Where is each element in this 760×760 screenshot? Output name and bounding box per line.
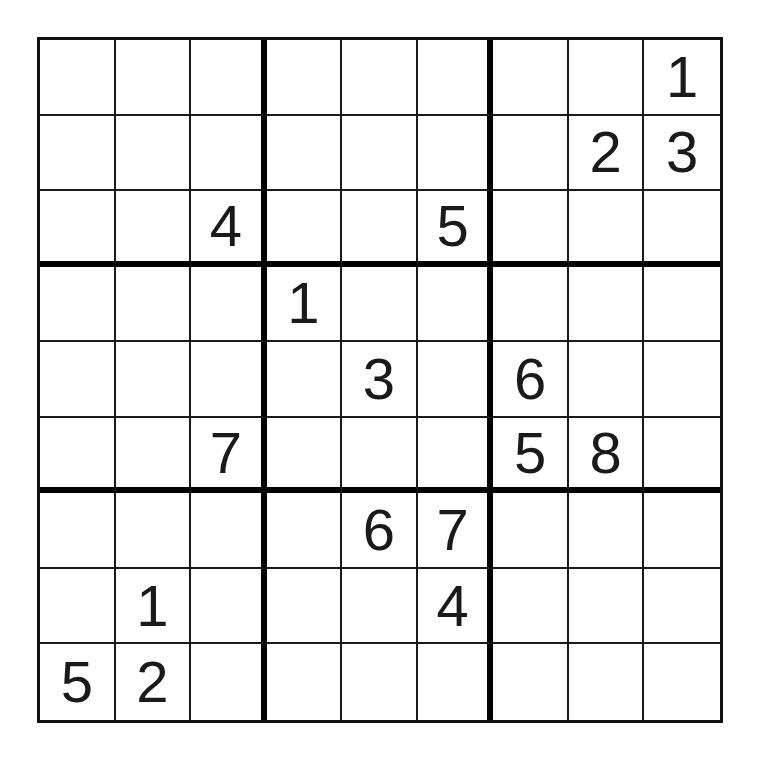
cell-r4c3[interactable] [191, 267, 267, 343]
cell-r8c1[interactable] [40, 569, 116, 645]
cell-r4c6[interactable] [418, 267, 494, 343]
cell-r9c9[interactable] [644, 644, 720, 720]
given-digit: 5 [436, 197, 468, 255]
cell-r2c3[interactable] [191, 116, 267, 192]
cell-r5c5[interactable]: 3 [342, 342, 418, 418]
cell-r9c3[interactable] [191, 644, 267, 720]
cell-r8c4[interactable] [267, 569, 343, 645]
cell-r6c8[interactable]: 8 [569, 418, 645, 494]
cell-r7c3[interactable] [191, 493, 267, 569]
cell-r6c9[interactable] [644, 418, 720, 494]
cell-r4c2[interactable] [116, 267, 192, 343]
given-digit: 3 [363, 350, 395, 408]
cell-r7c6[interactable]: 7 [418, 493, 494, 569]
cell-r9c6[interactable] [418, 644, 494, 720]
sudoku-board: 12345136758671452 [37, 37, 723, 723]
cell-r8c8[interactable] [569, 569, 645, 645]
cell-r2c8[interactable]: 2 [569, 116, 645, 192]
cell-r4c9[interactable] [644, 267, 720, 343]
cell-r2c9[interactable]: 3 [644, 116, 720, 192]
cell-r4c4[interactable]: 1 [267, 267, 343, 343]
cell-r5c6[interactable] [418, 342, 494, 418]
given-digit: 7 [210, 424, 242, 482]
given-digit: 8 [590, 424, 622, 482]
cell-r7c4[interactable] [267, 493, 343, 569]
given-digit: 7 [436, 501, 468, 559]
cell-r6c4[interactable] [267, 418, 343, 494]
given-digit: 4 [210, 197, 242, 255]
cell-r5c2[interactable] [116, 342, 192, 418]
cell-r9c2[interactable]: 2 [116, 644, 192, 720]
given-digit: 1 [287, 274, 319, 332]
cell-r1c6[interactable] [418, 40, 494, 116]
cell-r6c2[interactable] [116, 418, 192, 494]
cell-r2c4[interactable] [267, 116, 343, 192]
cell-r4c8[interactable] [569, 267, 645, 343]
cell-r5c8[interactable] [569, 342, 645, 418]
cell-r1c4[interactable] [267, 40, 343, 116]
cell-r3c7[interactable] [493, 191, 569, 267]
cell-r8c2[interactable]: 1 [116, 569, 192, 645]
cell-r2c7[interactable] [493, 116, 569, 192]
given-digit: 1 [136, 577, 168, 635]
cell-r7c1[interactable] [40, 493, 116, 569]
cell-r1c9[interactable]: 1 [644, 40, 720, 116]
cell-r8c9[interactable] [644, 569, 720, 645]
sudoku-page: 12345136758671452 [0, 0, 760, 760]
given-digit: 6 [363, 501, 395, 559]
cell-r8c3[interactable] [191, 569, 267, 645]
cell-r2c2[interactable] [116, 116, 192, 192]
given-digit: 5 [61, 653, 93, 711]
cell-r1c5[interactable] [342, 40, 418, 116]
cell-r2c1[interactable] [40, 116, 116, 192]
cell-r3c6[interactable]: 5 [418, 191, 494, 267]
given-digit: 5 [514, 424, 546, 482]
cell-r3c8[interactable] [569, 191, 645, 267]
cell-r1c2[interactable] [116, 40, 192, 116]
given-digit: 3 [666, 123, 698, 181]
cell-r1c7[interactable] [493, 40, 569, 116]
given-digit: 2 [590, 123, 622, 181]
cell-r3c4[interactable] [267, 191, 343, 267]
cell-r6c7[interactable]: 5 [493, 418, 569, 494]
cell-r5c9[interactable] [644, 342, 720, 418]
cell-r9c8[interactable] [569, 644, 645, 720]
cell-r9c1[interactable]: 5 [40, 644, 116, 720]
cell-r3c3[interactable]: 4 [191, 191, 267, 267]
cell-r7c8[interactable] [569, 493, 645, 569]
cell-r5c3[interactable] [191, 342, 267, 418]
cell-r7c5[interactable]: 6 [342, 493, 418, 569]
cell-r8c7[interactable] [493, 569, 569, 645]
cell-r8c5[interactable] [342, 569, 418, 645]
cell-r5c7[interactable]: 6 [493, 342, 569, 418]
cell-r9c5[interactable] [342, 644, 418, 720]
cell-r6c3[interactable]: 7 [191, 418, 267, 494]
cell-r3c5[interactable] [342, 191, 418, 267]
cell-r9c7[interactable] [493, 644, 569, 720]
given-digit: 6 [514, 350, 546, 408]
cell-r1c1[interactable] [40, 40, 116, 116]
cell-r6c6[interactable] [418, 418, 494, 494]
cell-r8c6[interactable]: 4 [418, 569, 494, 645]
given-digit: 1 [666, 48, 698, 106]
cell-r5c1[interactable] [40, 342, 116, 418]
cell-r7c2[interactable] [116, 493, 192, 569]
given-digit: 4 [436, 577, 468, 635]
cell-r1c8[interactable] [569, 40, 645, 116]
cell-r4c1[interactable] [40, 267, 116, 343]
cell-r3c1[interactable] [40, 191, 116, 267]
cell-r5c4[interactable] [267, 342, 343, 418]
cell-r1c3[interactable] [191, 40, 267, 116]
cell-r3c2[interactable] [116, 191, 192, 267]
cell-r3c9[interactable] [644, 191, 720, 267]
cell-r7c7[interactable] [493, 493, 569, 569]
cell-r2c5[interactable] [342, 116, 418, 192]
cell-r4c7[interactable] [493, 267, 569, 343]
cell-r2c6[interactable] [418, 116, 494, 192]
cell-r6c5[interactable] [342, 418, 418, 494]
cell-r7c9[interactable] [644, 493, 720, 569]
cell-r9c4[interactable] [267, 644, 343, 720]
cell-r4c5[interactable] [342, 267, 418, 343]
cell-r6c1[interactable] [40, 418, 116, 494]
given-digit: 2 [136, 653, 168, 711]
